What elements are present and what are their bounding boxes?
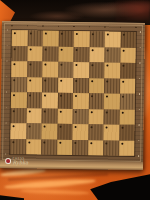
- square-corner-pin: [60, 64, 62, 66]
- square-f7[interactable]: [89, 47, 105, 63]
- square-b7[interactable]: [27, 46, 43, 62]
- square-b1[interactable]: [26, 139, 42, 155]
- square-corner-pin: [91, 64, 93, 66]
- square-d4[interactable]: [57, 93, 73, 109]
- square-corner-pin: [13, 79, 15, 81]
- maker-signature: Rybka: [13, 160, 29, 165]
- square-corner-pin: [75, 95, 77, 97]
- square-corner-pin: [91, 80, 93, 82]
- frame-boundary-pin: [139, 62, 141, 64]
- square-d7[interactable]: [58, 46, 74, 62]
- square-a2[interactable]: [10, 123, 26, 139]
- square-h1[interactable]: [119, 140, 135, 156]
- square-corner-pin: [122, 34, 124, 36]
- square-f2[interactable]: [88, 124, 104, 140]
- square-corner-pin: [13, 125, 15, 127]
- square-a4[interactable]: [11, 92, 27, 108]
- square-corner-pin: [90, 126, 92, 128]
- square-corner-pin: [45, 33, 47, 35]
- square-corner-pin: [75, 126, 77, 128]
- frame-boundary-pin: [11, 25, 13, 27]
- square-corner-pin: [28, 141, 30, 143]
- frame-boundary-pin: [139, 31, 141, 33]
- square-d1[interactable]: [57, 139, 73, 155]
- square-b6[interactable]: [27, 61, 43, 77]
- square-corner-pin: [91, 49, 93, 51]
- square-corner-pin: [122, 49, 124, 51]
- wrap-shadow-top-right: [116, 0, 150, 22]
- square-corner-pin: [90, 142, 92, 144]
- square-h7[interactable]: [120, 47, 136, 63]
- square-h5[interactable]: [120, 78, 136, 94]
- square-corner-pin: [107, 49, 109, 51]
- square-corner-pin: [60, 33, 62, 35]
- square-e1[interactable]: [72, 140, 88, 156]
- square-c4[interactable]: [42, 93, 58, 109]
- square-c1[interactable]: [41, 139, 57, 155]
- square-e2[interactable]: [72, 124, 88, 140]
- square-c8[interactable]: [43, 31, 59, 47]
- square-g6[interactable]: [104, 62, 120, 78]
- square-corner-pin: [14, 32, 16, 34]
- frame-boundary-pin: [5, 153, 7, 155]
- chess-board: CHESS Rybka: [0, 21, 145, 170]
- square-a6[interactable]: [11, 61, 27, 77]
- square-corner-pin: [75, 80, 77, 82]
- square-corner-pin: [44, 95, 46, 97]
- square-f1[interactable]: [88, 140, 104, 156]
- square-corner-pin: [45, 48, 47, 50]
- square-a1[interactable]: [10, 139, 26, 155]
- square-b5[interactable]: [27, 77, 43, 93]
- square-corner-pin: [59, 95, 61, 97]
- square-f8[interactable]: [89, 31, 105, 47]
- square-corner-pin: [106, 80, 108, 82]
- square-c3[interactable]: [42, 108, 58, 124]
- square-corner-pin: [121, 127, 123, 129]
- square-b3[interactable]: [26, 108, 42, 124]
- frame-boundary-pin: [6, 91, 8, 93]
- square-e4[interactable]: [73, 93, 89, 109]
- square-corner-pin: [75, 64, 77, 66]
- square-e5[interactable]: [73, 78, 89, 94]
- square-corner-pin: [43, 141, 45, 143]
- square-corner-pin: [106, 111, 108, 113]
- square-corner-pin: [91, 33, 93, 35]
- square-h6[interactable]: [120, 63, 136, 79]
- square-corner-pin: [76, 49, 78, 51]
- square-c6[interactable]: [42, 62, 58, 78]
- square-b2[interactable]: [26, 123, 42, 139]
- frame-boundary-pin: [138, 155, 140, 157]
- frame-boundary-pin: [6, 29, 8, 31]
- square-e7[interactable]: [73, 47, 89, 63]
- square-c5[interactable]: [42, 77, 58, 93]
- square-corner-pin: [74, 142, 76, 144]
- square-corner-pin: [44, 126, 46, 128]
- square-corner-pin: [44, 79, 46, 81]
- square-corner-pin: [29, 79, 31, 81]
- square-a3[interactable]: [11, 108, 27, 124]
- square-corner-pin: [122, 80, 124, 82]
- square-corner-pin: [76, 33, 78, 35]
- square-h4[interactable]: [119, 94, 135, 110]
- frame-boundary-pin: [139, 93, 141, 95]
- square-e6[interactable]: [73, 62, 89, 78]
- square-corner-pin: [60, 48, 62, 50]
- square-corner-pin: [14, 48, 16, 50]
- square-corner-pin: [28, 94, 30, 96]
- square-d6[interactable]: [58, 62, 74, 78]
- square-corner-pin: [122, 65, 124, 67]
- square-corner-pin: [75, 111, 77, 113]
- square-f5[interactable]: [89, 78, 105, 94]
- square-c7[interactable]: [42, 46, 58, 62]
- square-a8[interactable]: [12, 30, 28, 46]
- square-d5[interactable]: [58, 77, 74, 93]
- board-squares: [10, 30, 136, 156]
- maker-label: CHESS Rybka: [5, 157, 28, 165]
- square-corner-pin: [121, 142, 123, 144]
- square-g7[interactable]: [104, 47, 120, 63]
- square-corner-pin: [106, 126, 108, 128]
- square-h3[interactable]: [119, 109, 135, 125]
- photo-scene: CHESS Rybka: [0, 0, 150, 200]
- frame-boundary-pin: [73, 26, 75, 28]
- square-corner-pin: [107, 33, 109, 35]
- square-corner-pin: [29, 63, 31, 65]
- square-corner-pin: [13, 63, 15, 65]
- square-e3[interactable]: [73, 109, 89, 125]
- square-d8[interactable]: [58, 31, 74, 47]
- square-corner-pin: [121, 111, 123, 113]
- square-h2[interactable]: [119, 125, 135, 141]
- square-corner-pin: [121, 96, 123, 98]
- square-f4[interactable]: [88, 93, 104, 109]
- square-g4[interactable]: [104, 93, 120, 109]
- square-b8[interactable]: [27, 30, 43, 46]
- square-f6[interactable]: [89, 62, 105, 78]
- square-corner-pin: [44, 110, 46, 112]
- square-corner-pin: [13, 94, 15, 96]
- square-c2[interactable]: [41, 124, 57, 140]
- square-h8[interactable]: [120, 32, 136, 48]
- square-a7[interactable]: [11, 46, 27, 62]
- square-corner-pin: [12, 141, 14, 143]
- square-b4[interactable]: [26, 92, 42, 108]
- square-a5[interactable]: [11, 77, 27, 93]
- frame-boundary-pin: [5, 122, 7, 124]
- square-corner-pin: [106, 95, 108, 97]
- square-corner-pin: [59, 110, 61, 112]
- square-corner-pin: [106, 64, 108, 66]
- square-corner-pin: [90, 111, 92, 113]
- square-corner-pin: [13, 110, 15, 112]
- square-g1[interactable]: [103, 140, 119, 156]
- square-corner-pin: [59, 126, 61, 128]
- frame-boundary-pin: [135, 26, 137, 28]
- square-corner-pin: [28, 110, 30, 112]
- maker-logo-icon: [5, 158, 11, 164]
- square-corner-pin: [29, 48, 31, 50]
- square-f3[interactable]: [88, 109, 104, 125]
- square-g2[interactable]: [103, 124, 119, 140]
- square-g8[interactable]: [105, 31, 121, 47]
- frame-boundary-pin: [6, 60, 8, 62]
- square-d2[interactable]: [57, 124, 73, 140]
- square-e8[interactable]: [74, 31, 90, 47]
- square-corner-pin: [59, 141, 61, 143]
- square-corner-pin: [90, 95, 92, 97]
- frame-boundary-pin: [138, 124, 140, 126]
- square-corner-pin: [44, 64, 46, 66]
- square-g3[interactable]: [104, 109, 120, 125]
- square-corner-pin: [60, 79, 62, 81]
- frame-boundary-pin: [104, 26, 106, 28]
- frame-boundary-pin: [42, 25, 44, 27]
- square-corner-pin: [28, 125, 30, 127]
- square-g5[interactable]: [104, 78, 120, 94]
- square-corner-pin: [105, 142, 107, 144]
- square-d3[interactable]: [57, 108, 73, 124]
- square-corner-pin: [29, 32, 31, 34]
